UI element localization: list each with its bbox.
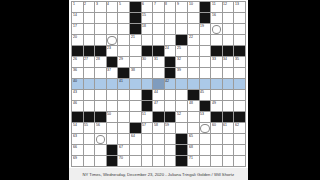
clue-number-35: 35 xyxy=(235,57,239,60)
cell-r8c8[interactable] xyxy=(153,79,164,89)
cell-r13c1[interactable]: 63 xyxy=(72,134,83,144)
clue-number-65: 65 xyxy=(189,134,193,137)
clue-number-56: 56 xyxy=(96,123,100,126)
cell-r13c15[interactable] xyxy=(234,134,245,144)
cell-r1c3[interactable]: 3 xyxy=(95,2,106,12)
cell-r6c13[interactable]: 33 xyxy=(211,57,222,67)
cell-r9c2[interactable] xyxy=(84,90,95,100)
clue-number-64: 64 xyxy=(131,134,135,137)
cell-r6c6[interactable] xyxy=(130,57,141,67)
cell-r10c11[interactable]: 48 xyxy=(188,101,199,111)
cell-r12c4[interactable] xyxy=(107,123,118,133)
cell-r13c13[interactable] xyxy=(211,134,222,144)
cell-r10c9[interactable] xyxy=(165,101,176,111)
cell-r9c8[interactable]: 44 xyxy=(153,90,164,100)
letterbox-left xyxy=(0,0,69,180)
cell-r1c9[interactable]: 8 xyxy=(165,2,176,12)
block-cell-r14c10 xyxy=(176,145,187,155)
cell-r4c5[interactable] xyxy=(118,35,129,45)
cell-r5c5[interactable] xyxy=(118,46,129,56)
cell-r3c15[interactable] xyxy=(234,24,245,34)
cell-r6c12[interactable] xyxy=(200,57,211,67)
clue-number-69: 69 xyxy=(73,156,77,159)
cell-r14c14[interactable] xyxy=(223,145,234,155)
cell-r4c2[interactable] xyxy=(84,35,95,45)
circle-marker xyxy=(96,135,106,144)
clue-number-61: 61 xyxy=(223,123,227,126)
cell-r14c11[interactable]: 68 xyxy=(188,145,199,155)
clue-number-31: 31 xyxy=(154,57,158,60)
cell-r10c4[interactable] xyxy=(107,101,118,111)
cell-r2c7[interactable]: 15 xyxy=(142,13,153,23)
cell-r11c11[interactable] xyxy=(188,112,199,122)
block-cell-r11c8 xyxy=(153,112,164,122)
cell-r8c4[interactable] xyxy=(107,79,118,89)
cell-r5c9[interactable]: 24 xyxy=(165,46,176,56)
cell-r8c2[interactable] xyxy=(84,79,95,89)
cell-r6c8[interactable]: 31 xyxy=(153,57,164,67)
letterbox-right xyxy=(248,0,320,180)
cell-r11c10[interactable]: 52 xyxy=(176,112,187,122)
cell-r7c8[interactable] xyxy=(153,68,164,78)
clue-number-3: 3 xyxy=(96,2,98,5)
cell-r9c12[interactable]: 45 xyxy=(200,90,211,100)
cell-r2c5[interactable] xyxy=(118,13,129,23)
cell-r2c13[interactable]: 16 xyxy=(211,13,222,23)
block-cell-r11c15 xyxy=(234,112,245,122)
block-cell-r2c12 xyxy=(200,13,211,23)
clue-number-18: 18 xyxy=(142,24,146,27)
cell-r7c10[interactable]: 39 xyxy=(176,68,187,78)
cell-r1c15[interactable]: 13 xyxy=(234,2,245,12)
block-cell-r11c3 xyxy=(95,112,106,122)
cell-r12c7[interactable]: 57 xyxy=(142,123,153,133)
cell-r13c9[interactable] xyxy=(165,134,176,144)
clue-number-47: 47 xyxy=(154,101,158,104)
cell-r15c6[interactable] xyxy=(130,156,141,166)
cell-r4c14[interactable] xyxy=(223,35,234,45)
cell-r2c8[interactable] xyxy=(153,13,164,23)
clue-number-4: 4 xyxy=(107,2,109,5)
clue-number-29: 29 xyxy=(119,57,123,60)
circle-marker xyxy=(107,36,117,45)
clue-number-13: 13 xyxy=(235,2,239,5)
clue-number-36: 36 xyxy=(73,68,77,71)
cell-r14c7[interactable] xyxy=(142,145,153,155)
cell-r7c11[interactable] xyxy=(188,68,199,78)
clue-number-67: 67 xyxy=(119,145,123,148)
clue-number-38: 38 xyxy=(131,68,135,71)
clue-number-1: 1 xyxy=(73,2,75,5)
block-cell-r10c7 xyxy=(142,101,153,111)
clue-number-33: 33 xyxy=(212,57,216,60)
clue-number-23: 23 xyxy=(107,46,111,49)
cell-r1c5[interactable]: 5 xyxy=(118,2,129,12)
cell-r10c14[interactable] xyxy=(223,101,234,111)
block-cell-r7c9 xyxy=(165,68,176,78)
cell-r14c6[interactable] xyxy=(130,145,141,155)
cell-r3c11[interactable] xyxy=(188,24,199,34)
cell-r7c3[interactable] xyxy=(95,68,106,78)
clue-number-30: 30 xyxy=(142,57,146,60)
block-cell-r5c8 xyxy=(153,46,164,56)
clue-number-41: 41 xyxy=(119,79,123,82)
cell-r12c2[interactable]: 55 xyxy=(84,123,95,133)
cell-r10c6[interactable] xyxy=(130,101,141,111)
cell-r13c8[interactable] xyxy=(153,134,164,144)
cell-r7c4[interactable]: 37 xyxy=(107,68,118,78)
cell-r3c4[interactable] xyxy=(107,24,118,34)
block-cell-r5c14 xyxy=(223,46,234,56)
cell-r6c10[interactable]: 32 xyxy=(176,57,187,67)
cell-r12c10[interactable] xyxy=(176,123,187,133)
cell-r9c6[interactable] xyxy=(130,90,141,100)
cell-r10c3[interactable] xyxy=(95,101,106,111)
cell-r12c3[interactable]: 56 xyxy=(95,123,106,133)
clue-number-62: 62 xyxy=(235,123,239,126)
block-cell-r13c10 xyxy=(176,134,187,144)
puzzle-caption-bar: NY Times, Wednesday, December 23, 2020 -… xyxy=(69,168,248,180)
cell-r6c7[interactable]: 30 xyxy=(142,57,153,67)
circle-marker xyxy=(212,25,222,34)
clue-number-24: 24 xyxy=(165,46,169,49)
block-cell-r5c1 xyxy=(72,46,83,56)
block-cell-r6c4 xyxy=(107,57,118,67)
block-cell-r15c10 xyxy=(176,156,187,166)
cell-r11c7[interactable]: 51 xyxy=(142,112,153,122)
cell-r13c2[interactable] xyxy=(84,134,95,144)
cell-r13c14[interactable] xyxy=(223,134,234,144)
cell-r2c9[interactable] xyxy=(165,13,176,23)
block-cell-r5c7 xyxy=(142,46,153,56)
cell-r14c2[interactable] xyxy=(84,145,95,155)
cell-r14c15[interactable] xyxy=(234,145,245,155)
cell-r11c4[interactable]: 50 xyxy=(107,112,118,122)
cell-r14c1[interactable]: 66 xyxy=(72,145,83,155)
cell-r1c7[interactable]: 6 xyxy=(142,2,153,12)
clue-number-6: 6 xyxy=(142,2,144,5)
circle-marker xyxy=(200,124,210,133)
cell-r15c3[interactable] xyxy=(95,156,106,166)
cell-r12c13[interactable]: 60 xyxy=(211,123,222,133)
block-cell-r6c9 xyxy=(165,57,176,67)
clue-number-20: 20 xyxy=(73,35,77,38)
cell-r1c11[interactable]: 10 xyxy=(188,2,199,12)
cell-r7c7[interactable] xyxy=(142,68,153,78)
clue-number-15: 15 xyxy=(142,13,146,16)
clue-number-68: 68 xyxy=(189,145,193,148)
cell-r7c13[interactable] xyxy=(211,68,222,78)
cell-r15c14[interactable] xyxy=(223,156,234,166)
puzzle-page: 1234567891011121314151617181920212223242… xyxy=(69,0,248,180)
clue-number-70: 70 xyxy=(119,156,123,159)
block-cell-r12c6 xyxy=(130,123,141,133)
cell-r12c8[interactable]: 58 xyxy=(153,123,164,133)
block-cell-r3c6 xyxy=(130,24,141,34)
cell-r15c1[interactable]: 69 xyxy=(72,156,83,166)
cell-r8c14[interactable] xyxy=(223,79,234,89)
clue-number-8: 8 xyxy=(165,2,167,5)
cell-r2c10[interactable] xyxy=(176,13,187,23)
cell-r14c3[interactable] xyxy=(95,145,106,155)
clue-number-37: 37 xyxy=(107,68,111,71)
cell-r3c12[interactable]: 19 xyxy=(200,24,211,34)
block-cell-r1c6 xyxy=(130,2,141,12)
cell-r13c11[interactable]: 65 xyxy=(188,134,199,144)
cell-r4c1[interactable]: 20 xyxy=(72,35,83,45)
cell-r7c2[interactable] xyxy=(84,68,95,78)
cell-r9c13[interactable] xyxy=(211,90,222,100)
cell-r12c12[interactable] xyxy=(200,123,211,133)
cell-r1c14[interactable]: 12 xyxy=(223,2,234,12)
cell-r10c10[interactable] xyxy=(176,101,187,111)
cell-r4c3[interactable] xyxy=(95,35,106,45)
clue-number-34: 34 xyxy=(223,57,227,60)
clue-number-55: 55 xyxy=(84,123,88,126)
cell-r6c3[interactable]: 28 xyxy=(95,57,106,67)
cell-r1c2[interactable]: 2 xyxy=(84,2,95,12)
cell-r8c6[interactable] xyxy=(130,79,141,89)
clue-number-44: 44 xyxy=(154,90,158,93)
block-cell-r7c5 xyxy=(118,68,129,78)
clue-number-25: 25 xyxy=(177,46,181,49)
clue-number-16: 16 xyxy=(212,13,216,16)
cell-r10c1[interactable]: 46 xyxy=(72,101,83,111)
cell-r3c3[interactable] xyxy=(95,24,106,34)
cell-r6c11[interactable] xyxy=(188,57,199,67)
cell-r9c4[interactable] xyxy=(107,90,118,100)
clue-number-39: 39 xyxy=(177,68,181,71)
clue-number-57: 57 xyxy=(142,123,146,126)
clue-number-40: 40 xyxy=(73,79,77,82)
cell-r10c13[interactable]: 49 xyxy=(211,101,222,111)
cell-r4c12[interactable] xyxy=(200,35,211,45)
cell-r9c15[interactable] xyxy=(234,90,245,100)
cell-r6c2[interactable]: 27 xyxy=(84,57,95,67)
cell-r3c10[interactable] xyxy=(176,24,187,34)
cell-r6c5[interactable]: 29 xyxy=(118,57,129,67)
cell-r2c11[interactable] xyxy=(188,13,199,23)
block-cell-r11c2 xyxy=(84,112,95,122)
cell-r3c9[interactable] xyxy=(165,24,176,34)
cell-r3c1[interactable]: 17 xyxy=(72,24,83,34)
cell-r10c8[interactable]: 47 xyxy=(153,101,164,111)
cell-r1c8[interactable]: 7 xyxy=(153,2,164,12)
cell-r15c8[interactable] xyxy=(153,156,164,166)
clue-number-10: 10 xyxy=(189,2,193,5)
cell-r8c5[interactable]: 41 xyxy=(118,79,129,89)
clue-number-28: 28 xyxy=(96,57,100,60)
clue-number-2: 2 xyxy=(84,2,86,5)
cell-r13c12[interactable] xyxy=(200,134,211,144)
cell-r3c14[interactable] xyxy=(223,24,234,34)
cell-r4c7[interactable] xyxy=(142,35,153,45)
clue-number-11: 11 xyxy=(212,2,216,5)
cell-r2c2[interactable] xyxy=(84,13,95,23)
cell-r4c15[interactable] xyxy=(234,35,245,45)
cell-r2c15[interactable] xyxy=(234,13,245,23)
block-cell-r14c4 xyxy=(107,145,118,155)
cell-r10c15[interactable] xyxy=(234,101,245,111)
cell-r9c9[interactable] xyxy=(165,90,176,100)
cell-r14c12[interactable] xyxy=(200,145,211,155)
cell-r7c14[interactable] xyxy=(223,68,234,78)
cell-r15c13[interactable] xyxy=(211,156,222,166)
cell-r5c6[interactable] xyxy=(130,46,141,56)
cell-r4c6[interactable]: 21 xyxy=(130,35,141,45)
cell-r13c3[interactable] xyxy=(95,134,106,144)
clue-number-54: 54 xyxy=(73,123,77,126)
cell-r1c13[interactable]: 11 xyxy=(211,2,222,12)
block-cell-r11c9 xyxy=(165,112,176,122)
cell-r12c15[interactable]: 62 xyxy=(234,123,245,133)
clue-number-27: 27 xyxy=(84,57,88,60)
cell-r8c15[interactable] xyxy=(234,79,245,89)
clue-number-48: 48 xyxy=(189,101,193,104)
block-cell-r5c13 xyxy=(211,46,222,56)
block-cell-r11c14 xyxy=(223,112,234,122)
cell-r12c1[interactable]: 54 xyxy=(72,123,83,133)
block-cell-r5c3 xyxy=(95,46,106,56)
cell-r3c2[interactable] xyxy=(84,24,95,34)
clue-number-45: 45 xyxy=(200,90,204,93)
cell-r11c12[interactable]: 53 xyxy=(200,112,211,122)
clue-number-63: 63 xyxy=(73,134,77,137)
cell-r4c13[interactable] xyxy=(211,35,222,45)
cell-r8c1[interactable]: 40 xyxy=(72,79,83,89)
clue-number-49: 49 xyxy=(212,101,216,104)
cell-r6c14[interactable]: 34 xyxy=(223,57,234,67)
block-cell-r15c4 xyxy=(107,156,118,166)
cell-r1c10[interactable]: 9 xyxy=(176,2,187,12)
cell-r3c7[interactable]: 18 xyxy=(142,24,153,34)
cell-r5c4[interactable]: 23 xyxy=(107,46,118,56)
cell-r7c6[interactable]: 38 xyxy=(130,68,141,78)
cell-r15c9[interactable] xyxy=(165,156,176,166)
cell-r4c4[interactable] xyxy=(107,35,118,45)
cell-r3c5[interactable] xyxy=(118,24,129,34)
clue-number-9: 9 xyxy=(177,2,179,5)
cell-r9c10[interactable] xyxy=(176,90,187,100)
clue-number-43: 43 xyxy=(73,90,77,93)
cell-r13c6[interactable]: 64 xyxy=(130,134,141,144)
cell-r2c14[interactable] xyxy=(223,13,234,23)
cell-r15c15[interactable] xyxy=(234,156,245,166)
cell-r13c4[interactable] xyxy=(107,134,118,144)
clue-number-17: 17 xyxy=(73,24,77,27)
cell-r9c5[interactable] xyxy=(118,90,129,100)
block-cell-r5c15 xyxy=(234,46,245,56)
cell-r8c13[interactable] xyxy=(211,79,222,89)
clue-number-21: 21 xyxy=(131,35,135,38)
block-cell-r11c1 xyxy=(72,112,83,122)
cell-r12c5[interactable] xyxy=(118,123,129,133)
cell-r1c1[interactable]: 1 xyxy=(72,2,83,12)
cell-r15c5[interactable]: 70 xyxy=(118,156,129,166)
cell-r4c8[interactable] xyxy=(153,35,164,45)
block-cell-r10c12 xyxy=(200,101,211,111)
cell-r8c12[interactable] xyxy=(200,79,211,89)
cell-r9c14[interactable] xyxy=(223,90,234,100)
cell-r14c8[interactable] xyxy=(153,145,164,155)
cell-r12c9[interactable]: 59 xyxy=(165,123,176,133)
cell-r12c14[interactable]: 61 xyxy=(223,123,234,133)
clue-number-19: 19 xyxy=(200,24,204,27)
cell-r6c15[interactable]: 35 xyxy=(234,57,245,67)
cell-r5c12[interactable] xyxy=(200,46,211,56)
cell-r7c1[interactable]: 36 xyxy=(72,68,83,78)
cell-r7c12[interactable] xyxy=(200,68,211,78)
block-cell-r5c2 xyxy=(84,46,95,56)
crossword-grid[interactable]: 1234567891011121314151617181920212223242… xyxy=(71,1,246,167)
clue-number-60: 60 xyxy=(212,123,216,126)
clue-number-26: 26 xyxy=(73,57,77,60)
cell-r11c6[interactable] xyxy=(130,112,141,122)
cell-r7c15[interactable] xyxy=(234,68,245,78)
cell-r8c9[interactable]: 42 xyxy=(165,79,176,89)
block-cell-r2c6 xyxy=(130,13,141,23)
clue-number-42: 42 xyxy=(165,79,169,82)
cell-r2c4[interactable] xyxy=(107,13,118,23)
cell-r5c10[interactable]: 25 xyxy=(176,46,187,56)
block-cell-r4c10 xyxy=(176,35,187,45)
cell-r11c5[interactable] xyxy=(118,112,129,122)
cell-r13c5[interactable] xyxy=(118,134,129,144)
cell-r1c4[interactable]: 4 xyxy=(107,2,118,12)
cell-r9c3[interactable] xyxy=(95,90,106,100)
clue-number-51: 51 xyxy=(142,112,146,115)
cell-r14c13[interactable] xyxy=(211,145,222,155)
cell-r13c7[interactable] xyxy=(142,134,153,144)
cell-r10c5[interactable] xyxy=(118,101,129,111)
cell-r8c3[interactable] xyxy=(95,79,106,89)
cell-r15c12[interactable] xyxy=(200,156,211,166)
cell-r9c1[interactable]: 43 xyxy=(72,90,83,100)
clue-number-66: 66 xyxy=(73,145,77,148)
clue-number-14: 14 xyxy=(73,13,77,16)
cell-r14c5[interactable]: 67 xyxy=(118,145,129,155)
cell-r15c11[interactable]: 71 xyxy=(188,156,199,166)
cell-r2c3[interactable] xyxy=(95,13,106,23)
cell-r5c11[interactable] xyxy=(188,46,199,56)
cell-r12c11[interactable] xyxy=(188,123,199,133)
cell-r3c13[interactable] xyxy=(211,24,222,34)
cell-r14c9[interactable] xyxy=(165,145,176,155)
cell-r15c2[interactable] xyxy=(84,156,95,166)
cell-r3c8[interactable] xyxy=(153,24,164,34)
cell-r6c1[interactable]: 26 xyxy=(72,57,83,67)
clue-number-46: 46 xyxy=(73,101,77,104)
cell-r15c7[interactable] xyxy=(142,156,153,166)
clue-number-52: 52 xyxy=(177,112,181,115)
cell-r8c7[interactable] xyxy=(142,79,153,89)
cell-r4c11[interactable]: 22 xyxy=(188,35,199,45)
cell-r10c2[interactable] xyxy=(84,101,95,111)
clue-number-53: 53 xyxy=(200,112,204,115)
clue-number-12: 12 xyxy=(223,2,227,5)
clue-number-7: 7 xyxy=(154,2,156,5)
screenshot-stage: 1234567891011121314151617181920212223242… xyxy=(0,0,320,180)
cell-r8c10[interactable] xyxy=(176,79,187,89)
clue-number-58: 58 xyxy=(154,123,158,126)
cell-r4c9[interactable] xyxy=(165,35,176,45)
block-cell-r9c11 xyxy=(188,90,199,100)
cell-r2c1[interactable]: 14 xyxy=(72,13,83,23)
clue-number-71: 71 xyxy=(189,156,193,159)
clue-number-22: 22 xyxy=(189,35,193,38)
cell-r8c11[interactable] xyxy=(188,79,199,89)
clue-number-32: 32 xyxy=(177,57,181,60)
